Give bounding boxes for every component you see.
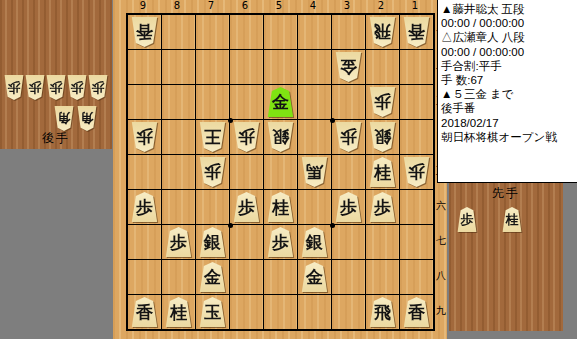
square-1二[interactable] — [400, 50, 433, 84]
square-2五[interactable]: 桂 — [366, 155, 399, 189]
square-6九[interactable] — [230, 295, 263, 329]
piece-glyph: 歩 — [335, 192, 362, 222]
square-3三[interactable] — [332, 85, 365, 119]
square-9六[interactable]: 歩 — [128, 190, 161, 224]
file-label-1: 1 — [398, 0, 432, 13]
gote-piece-歩[interactable]: 歩 — [335, 122, 362, 152]
square-3七[interactable] — [332, 225, 365, 259]
square-7二[interactable] — [196, 50, 229, 84]
file-label-5: 5 — [262, 0, 296, 13]
square-6七[interactable] — [230, 225, 263, 259]
sente-piece-歩[interactable]: 歩 — [335, 192, 362, 222]
piece-glyph: 歩 — [335, 122, 362, 152]
piece-glyph: 歩 — [165, 227, 192, 257]
rank-label-八: 八 — [435, 258, 447, 293]
game-date: 2018/02/17 — [441, 116, 577, 130]
file-label-9: 9 — [126, 0, 160, 13]
square-2二[interactable] — [366, 50, 399, 84]
square-3二[interactable]: 金 — [332, 50, 365, 84]
square-9四[interactable]: 歩 — [128, 120, 161, 154]
square-8四[interactable] — [162, 120, 195, 154]
gote-piece-香[interactable]: 香 — [131, 17, 158, 47]
gote-piece-歩[interactable]: 歩 — [131, 122, 158, 152]
rank-label-七: 七 — [435, 223, 447, 258]
piece-glyph: 銀 — [267, 122, 294, 152]
square-7九[interactable]: 玉 — [196, 295, 229, 329]
square-2七[interactable] — [366, 225, 399, 259]
square-3五[interactable] — [332, 155, 365, 189]
square-1八[interactable] — [400, 260, 433, 294]
sente-piece-桂[interactable]: 桂 — [267, 192, 294, 222]
piece-glyph: 飛 — [369, 17, 396, 47]
square-3六[interactable]: 歩 — [332, 190, 365, 224]
shogi-app-window: { "game": "shogi", "window": {"width": 5… — [0, 0, 577, 339]
piece-glyph: 角 — [77, 106, 97, 131]
piece-glyph: 桂 — [502, 207, 522, 232]
square-1六[interactable] — [400, 190, 433, 224]
square-5七[interactable]: 歩 — [264, 225, 297, 259]
sente-piece-銀[interactable]: 銀 — [301, 227, 328, 257]
piece-glyph: 歩 — [233, 122, 260, 152]
square-1一[interactable]: 香 — [400, 15, 433, 49]
square-1七[interactable] — [400, 225, 433, 259]
turn-indicator: 後手番 — [441, 101, 577, 115]
board-grid: 香飛香金金歩歩王歩銀歩銀歩馬桂歩歩歩桂歩歩歩銀歩銀金金香桂玉飛香 — [126, 13, 435, 331]
sente-piece-歩[interactable]: 歩 — [131, 192, 158, 222]
file-label-3: 3 — [330, 0, 364, 13]
square-5三[interactable]: 金 — [264, 85, 297, 119]
square-4三[interactable] — [298, 85, 331, 119]
piece-glyph: 香 — [131, 297, 158, 327]
square-9七[interactable] — [128, 225, 161, 259]
square-4七[interactable]: 銀 — [298, 225, 331, 259]
rank-label-六: 六 — [435, 188, 447, 223]
gote-piece-歩[interactable]: 歩 — [369, 87, 396, 117]
square-3九[interactable] — [332, 295, 365, 329]
piece-glyph: 銀 — [369, 122, 396, 152]
sente-hand-piece-歩-0[interactable]: 歩 — [457, 207, 477, 232]
piece-glyph: 歩 — [369, 87, 396, 117]
square-5六[interactable]: 桂 — [264, 190, 297, 224]
sente-piece-歩[interactable]: 歩 — [369, 192, 396, 222]
square-6五[interactable] — [230, 155, 263, 189]
square-1九[interactable]: 香 — [400, 295, 433, 329]
square-4八[interactable]: 金 — [298, 260, 331, 294]
square-6二[interactable] — [230, 50, 263, 84]
gote-hand-piece-歩-2[interactable]: 歩 — [46, 75, 66, 100]
event-name: 朝日杯将棋オープン戦 — [441, 130, 577, 144]
sente-piece-銀[interactable]: 銀 — [199, 227, 226, 257]
handicap-line: 手合割:平手 — [441, 59, 577, 73]
sente-piece-香[interactable]: 香 — [131, 297, 158, 327]
gote-hand-piece-歩-3[interactable]: 歩 — [67, 75, 87, 100]
piece-glyph: 歩 — [25, 75, 45, 100]
rank-label-九: 九 — [435, 293, 447, 328]
sente-piece-歩[interactable]: 歩 — [165, 227, 192, 257]
square-9二[interactable] — [128, 50, 161, 84]
piece-glyph: 銀 — [199, 227, 226, 257]
sente-piece-香[interactable]: 香 — [403, 297, 430, 327]
square-8九[interactable]: 桂 — [162, 295, 195, 329]
square-1三[interactable] — [400, 85, 433, 119]
square-4一[interactable] — [298, 15, 331, 49]
square-2九[interactable]: 飛 — [366, 295, 399, 329]
square-1五[interactable]: 歩 — [400, 155, 433, 189]
gote-piece-歩[interactable]: 歩 — [199, 157, 226, 187]
piece-glyph: 金 — [199, 262, 226, 292]
piece-glyph: 歩 — [131, 192, 158, 222]
sente-piece-歩[interactable]: 歩 — [267, 227, 294, 257]
square-3八[interactable] — [332, 260, 365, 294]
gote-hand-piece-角-5[interactable]: 角 — [54, 106, 74, 131]
file-label-2: 2 — [364, 0, 398, 13]
square-5一[interactable] — [264, 15, 297, 49]
piece-glyph: 桂 — [165, 297, 192, 327]
square-1四[interactable] — [400, 120, 433, 154]
move-count-line: 手 数:67 — [441, 73, 577, 87]
gote-hand-piece-歩-4[interactable]: 歩 — [88, 75, 108, 100]
hoshi-dot-3 — [330, 223, 335, 228]
piece-glyph: 歩 — [46, 75, 66, 100]
square-2六[interactable]: 歩 — [366, 190, 399, 224]
piece-glyph: 香 — [403, 297, 430, 327]
gote-piece-銀[interactable]: 銀 — [369, 122, 396, 152]
piece-glyph: 桂 — [369, 157, 396, 187]
square-4九[interactable] — [298, 295, 331, 329]
square-8二[interactable] — [162, 50, 195, 84]
square-8五[interactable] — [162, 155, 195, 189]
game-info-panel: ▲藤井聡太 五段 00:00 / 00:00:00 △広瀬章人 八段 00:00… — [437, 0, 577, 183]
sente-piece-飛[interactable]: 飛 — [369, 297, 396, 327]
square-8八[interactable] — [162, 260, 195, 294]
piece-glyph: 歩 — [233, 192, 260, 222]
square-4二[interactable] — [298, 50, 331, 84]
square-2四[interactable]: 銀 — [366, 120, 399, 154]
square-7三[interactable] — [196, 85, 229, 119]
square-3四[interactable]: 歩 — [332, 120, 365, 154]
hoshi-dot-0 — [228, 118, 233, 123]
piece-glyph: 歩 — [131, 122, 158, 152]
sente-piece-桂[interactable]: 桂 — [369, 157, 396, 187]
piece-glyph: 飛 — [369, 297, 396, 327]
piece-glyph: 歩 — [88, 75, 108, 100]
hoshi-dot-2 — [228, 223, 233, 228]
square-3一[interactable] — [332, 15, 365, 49]
square-2一[interactable]: 飛 — [366, 15, 399, 49]
piece-glyph: 銀 — [301, 227, 328, 257]
sente-piece-金-lastmove[interactable]: 金 — [267, 87, 294, 117]
square-8一[interactable] — [162, 15, 195, 49]
square-4六[interactable] — [298, 190, 331, 224]
square-6四[interactable]: 歩 — [230, 120, 263, 154]
sente-hand-piece-桂-1[interactable]: 桂 — [502, 207, 522, 232]
sente-piece-歩[interactable]: 歩 — [233, 192, 260, 222]
square-4四[interactable] — [298, 120, 331, 154]
square-7五[interactable]: 歩 — [196, 155, 229, 189]
square-5五[interactable] — [264, 155, 297, 189]
square-5九[interactable] — [264, 295, 297, 329]
gote-clock: 00:00 / 00:00:00 — [441, 45, 577, 59]
piece-glyph: 桂 — [267, 192, 294, 222]
shogi-board: 987654321 香飛香金金歩歩王歩銀歩銀歩馬桂歩歩歩桂歩歩歩銀歩銀金金香桂玉… — [113, 0, 447, 339]
piece-glyph: 金 — [267, 87, 294, 117]
gote-piece-飛[interactable]: 飛 — [369, 17, 396, 47]
piece-glyph: 歩 — [457, 207, 477, 232]
sente-captured-tray: 先手 歩桂 — [449, 183, 563, 331]
last-move-line: ▲５三金 まで — [441, 87, 577, 101]
sente-piece-玉[interactable]: 玉 — [199, 297, 226, 327]
piece-glyph: 王 — [199, 122, 226, 152]
gote-piece-歩[interactable]: 歩 — [403, 157, 430, 187]
piece-glyph: 歩 — [403, 157, 430, 187]
gote-piece-馬[interactable]: 馬 — [301, 157, 328, 187]
gote-piece-銀[interactable]: 銀 — [267, 122, 294, 152]
file-label-4: 4 — [296, 0, 330, 13]
square-5四[interactable]: 銀 — [264, 120, 297, 154]
file-label-8: 8 — [160, 0, 194, 13]
square-9五[interactable] — [128, 155, 161, 189]
piece-glyph: 馬 — [301, 157, 328, 187]
piece-glyph: 香 — [131, 17, 158, 47]
piece-glyph: 歩 — [199, 157, 226, 187]
file-label-6: 6 — [228, 0, 262, 13]
hoshi-dot-1 — [330, 118, 335, 123]
square-7八[interactable]: 金 — [196, 260, 229, 294]
square-8七[interactable]: 歩 — [162, 225, 195, 259]
square-8三[interactable] — [162, 85, 195, 119]
gote-captured-tray: 歩歩歩歩歩角角 後手 — [0, 0, 112, 149]
square-4五[interactable]: 馬 — [298, 155, 331, 189]
square-9九[interactable]: 香 — [128, 295, 161, 329]
sente-tray-label: 先手 — [449, 185, 563, 202]
piece-glyph: 歩 — [369, 192, 396, 222]
square-2三[interactable]: 歩 — [366, 85, 399, 119]
file-coordinates: 987654321 — [126, 0, 432, 13]
square-5二[interactable] — [264, 50, 297, 84]
piece-glyph: 金 — [335, 52, 362, 82]
sente-piece-桂[interactable]: 桂 — [165, 297, 192, 327]
square-7六[interactable] — [196, 190, 229, 224]
square-7四[interactable]: 王 — [196, 120, 229, 154]
square-6三[interactable] — [230, 85, 263, 119]
square-7七[interactable]: 銀 — [196, 225, 229, 259]
square-6六[interactable]: 歩 — [230, 190, 263, 224]
square-8六[interactable] — [162, 190, 195, 224]
gote-hand-piece-歩-0[interactable]: 歩 — [4, 75, 24, 100]
piece-glyph: 金 — [301, 262, 328, 292]
gote-player-name: △広瀬章人 八段 — [441, 30, 577, 44]
sente-clock: 00:00 / 00:00:00 — [441, 16, 577, 30]
square-9八[interactable] — [128, 260, 161, 294]
gote-piece-香[interactable]: 香 — [403, 17, 430, 47]
gote-piece-金[interactable]: 金 — [335, 52, 362, 82]
sente-player-name: ▲藤井聡太 五段 — [441, 2, 577, 16]
square-9三[interactable] — [128, 85, 161, 119]
gote-piece-歩[interactable]: 歩 — [233, 122, 260, 152]
square-9一[interactable]: 香 — [128, 15, 161, 49]
piece-glyph: 歩 — [67, 75, 87, 100]
piece-glyph: 角 — [54, 106, 74, 131]
gote-hand-piece-歩-1[interactable]: 歩 — [25, 75, 45, 100]
gote-tray-label: 後手 — [0, 130, 112, 147]
square-2八[interactable] — [366, 260, 399, 294]
sente-piece-金[interactable]: 金 — [199, 262, 226, 292]
sente-piece-金[interactable]: 金 — [301, 262, 328, 292]
file-label-7: 7 — [194, 0, 228, 13]
square-5八[interactable] — [264, 260, 297, 294]
gote-hand-piece-角-6[interactable]: 角 — [77, 106, 97, 131]
square-6一[interactable] — [230, 15, 263, 49]
square-6八[interactable] — [230, 260, 263, 294]
piece-glyph: 歩 — [267, 227, 294, 257]
square-7一[interactable] — [196, 15, 229, 49]
piece-glyph: 玉 — [199, 297, 226, 327]
piece-glyph: 歩 — [4, 75, 24, 100]
piece-glyph: 香 — [403, 17, 430, 47]
gote-piece-王[interactable]: 王 — [199, 122, 226, 152]
